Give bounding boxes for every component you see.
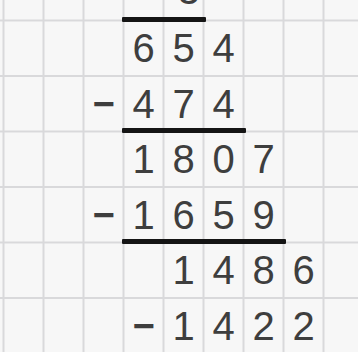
digit-cell: 7 bbox=[244, 131, 284, 187]
minus-cell: − bbox=[84, 76, 124, 132]
minus-cell: − bbox=[124, 298, 164, 352]
subtraction-line bbox=[122, 239, 287, 244]
digit-cell: 4 bbox=[204, 20, 244, 76]
digit-cell: 2 bbox=[284, 298, 324, 352]
digit-cell: 1 bbox=[124, 131, 164, 187]
division-grid: 5654−4741807−16591486−1422 bbox=[4, 0, 358, 352]
subtraction-line bbox=[122, 17, 207, 22]
digit-cell: 8 bbox=[164, 131, 204, 187]
subtraction-line bbox=[122, 128, 247, 133]
minus-cell: − bbox=[84, 187, 124, 243]
digit-cell: 1 bbox=[164, 242, 204, 298]
digit-cell: 2 bbox=[244, 298, 284, 352]
worksheet-canvas: 5654−4741807−16591486−1422 bbox=[0, 0, 358, 352]
digit-cell: 5 bbox=[204, 187, 244, 243]
digit-cell: 4 bbox=[204, 242, 244, 298]
digit-cell: 6 bbox=[124, 20, 164, 76]
digit-cell: 7 bbox=[164, 76, 204, 132]
digit-cell: 0 bbox=[204, 131, 244, 187]
digit-cell: 9 bbox=[244, 187, 284, 243]
digit-cell: 1 bbox=[124, 187, 164, 243]
digit-cell: 8 bbox=[244, 242, 284, 298]
digit-cell: 4 bbox=[124, 76, 164, 132]
digit-cell: 5 bbox=[164, 20, 204, 76]
digit-cell: 6 bbox=[284, 242, 324, 298]
digit-cell: 4 bbox=[204, 298, 244, 352]
digit-cell: 6 bbox=[164, 187, 204, 243]
digit-cell: 1 bbox=[164, 298, 204, 352]
digit-cell: 4 bbox=[204, 76, 244, 132]
